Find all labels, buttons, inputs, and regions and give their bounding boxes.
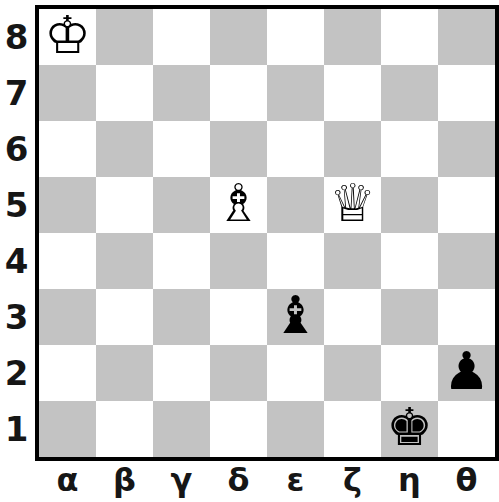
file-label-f: ζ [324, 459, 381, 501]
rank-label-4: 4 [0, 233, 33, 289]
square-h3[interactable] [438, 289, 495, 345]
square-d1[interactable] [210, 401, 267, 457]
square-g2[interactable] [381, 345, 438, 401]
rank-labels: 87654321 [0, 9, 33, 457]
square-b8[interactable] [96, 9, 153, 65]
square-h6[interactable] [438, 121, 495, 177]
square-e5[interactable] [267, 177, 324, 233]
square-h1[interactable] [438, 401, 495, 457]
square-d5[interactable]: ♗ [210, 177, 267, 233]
white-queen[interactable]: ♕ [329, 175, 376, 231]
square-c8[interactable] [153, 9, 210, 65]
square-e6[interactable] [267, 121, 324, 177]
square-a4[interactable] [39, 233, 96, 289]
square-f3[interactable] [324, 289, 381, 345]
square-a8[interactable]: ♔ [39, 9, 96, 65]
square-c6[interactable] [153, 121, 210, 177]
square-b6[interactable] [96, 121, 153, 177]
square-a6[interactable] [39, 121, 96, 177]
square-f4[interactable] [324, 233, 381, 289]
square-g3[interactable] [381, 289, 438, 345]
rank-label-5: 5 [0, 177, 33, 233]
square-h4[interactable] [438, 233, 495, 289]
chess-board: ♔♗♕♝♟♚ [35, 5, 499, 461]
square-g5[interactable] [381, 177, 438, 233]
file-label-d: δ [210, 459, 267, 501]
square-b1[interactable] [96, 401, 153, 457]
file-labels: αβγδεζηθ [39, 459, 495, 501]
square-d3[interactable] [210, 289, 267, 345]
square-g7[interactable] [381, 65, 438, 121]
rank-label-1: 1 [0, 401, 33, 457]
black-pawn[interactable]: ♟ [443, 343, 490, 399]
square-f8[interactable] [324, 9, 381, 65]
file-label-a: α [39, 459, 96, 501]
square-e2[interactable] [267, 345, 324, 401]
file-label-e: ε [267, 459, 324, 501]
white-bishop[interactable]: ♗ [215, 175, 262, 231]
square-f5[interactable]: ♕ [324, 177, 381, 233]
square-f2[interactable] [324, 345, 381, 401]
square-b5[interactable] [96, 177, 153, 233]
square-h2[interactable]: ♟ [438, 345, 495, 401]
square-f7[interactable] [324, 65, 381, 121]
square-d4[interactable] [210, 233, 267, 289]
square-g8[interactable] [381, 9, 438, 65]
square-e7[interactable] [267, 65, 324, 121]
square-e8[interactable] [267, 9, 324, 65]
black-bishop[interactable]: ♝ [272, 287, 319, 343]
square-h8[interactable] [438, 9, 495, 65]
rank-label-3: 3 [0, 289, 33, 345]
square-g4[interactable] [381, 233, 438, 289]
square-c2[interactable] [153, 345, 210, 401]
square-g1[interactable]: ♚ [381, 401, 438, 457]
square-a1[interactable] [39, 401, 96, 457]
square-e1[interactable] [267, 401, 324, 457]
square-e3[interactable]: ♝ [267, 289, 324, 345]
white-king[interactable]: ♔ [44, 7, 91, 63]
square-c5[interactable] [153, 177, 210, 233]
square-b2[interactable] [96, 345, 153, 401]
square-b4[interactable] [96, 233, 153, 289]
file-label-b: β [96, 459, 153, 501]
square-a2[interactable] [39, 345, 96, 401]
square-d2[interactable] [210, 345, 267, 401]
square-f6[interactable] [324, 121, 381, 177]
square-d8[interactable] [210, 9, 267, 65]
square-c7[interactable] [153, 65, 210, 121]
rank-label-2: 2 [0, 345, 33, 401]
file-label-c: γ [153, 459, 210, 501]
rank-label-8: 8 [0, 9, 33, 65]
chess-diagram-page: 87654321 ♔♗♕♝♟♚ αβγδεζηθ [0, 0, 499, 502]
square-c1[interactable] [153, 401, 210, 457]
square-a5[interactable] [39, 177, 96, 233]
square-c3[interactable] [153, 289, 210, 345]
square-a7[interactable] [39, 65, 96, 121]
file-label-g: η [381, 459, 438, 501]
black-king[interactable]: ♚ [386, 399, 433, 455]
rank-label-6: 6 [0, 121, 33, 177]
square-g6[interactable] [381, 121, 438, 177]
square-h5[interactable] [438, 177, 495, 233]
square-d7[interactable] [210, 65, 267, 121]
file-label-h: θ [438, 459, 495, 501]
square-f1[interactable] [324, 401, 381, 457]
square-d6[interactable] [210, 121, 267, 177]
square-a3[interactable] [39, 289, 96, 345]
square-c4[interactable] [153, 233, 210, 289]
square-b3[interactable] [96, 289, 153, 345]
square-h7[interactable] [438, 65, 495, 121]
square-e4[interactable] [267, 233, 324, 289]
rank-label-7: 7 [0, 65, 33, 121]
square-b7[interactable] [96, 65, 153, 121]
